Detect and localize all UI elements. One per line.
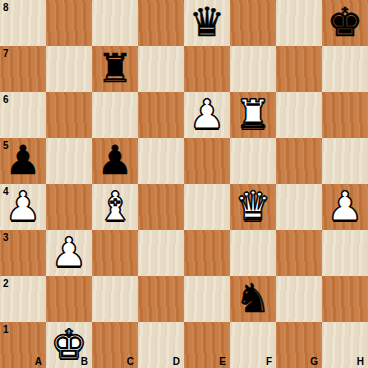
square-a2[interactable]: 2: [0, 276, 46, 322]
square-h1[interactable]: H: [322, 322, 368, 368]
square-c5[interactable]: ♟: [92, 138, 138, 184]
square-c3[interactable]: [92, 230, 138, 276]
black-queen-piece[interactable]: ♛: [189, 2, 225, 42]
square-c1[interactable]: C: [92, 322, 138, 368]
square-e7[interactable]: [184, 46, 230, 92]
square-g3[interactable]: [276, 230, 322, 276]
square-b2[interactable]: [46, 276, 92, 322]
file-label-c: C: [127, 356, 134, 367]
rank-label-7: 7: [3, 48, 9, 59]
square-b8[interactable]: [46, 0, 92, 46]
square-a1[interactable]: 1A: [0, 322, 46, 368]
square-d4[interactable]: [138, 184, 184, 230]
square-f5[interactable]: [230, 138, 276, 184]
square-a7[interactable]: 7: [0, 46, 46, 92]
file-label-h: H: [357, 356, 364, 367]
square-a3[interactable]: 3: [0, 230, 46, 276]
square-c4[interactable]: ♝: [92, 184, 138, 230]
square-h8[interactable]: ♚: [322, 0, 368, 46]
square-c7[interactable]: ♜: [92, 46, 138, 92]
square-e8[interactable]: ♛: [184, 0, 230, 46]
square-f4[interactable]: ♛: [230, 184, 276, 230]
rank-label-6: 6: [3, 94, 9, 105]
square-g1[interactable]: G: [276, 322, 322, 368]
white-pawn-piece[interactable]: ♟: [327, 186, 363, 226]
square-f1[interactable]: F: [230, 322, 276, 368]
square-a8[interactable]: 8: [0, 0, 46, 46]
square-c6[interactable]: [92, 92, 138, 138]
square-b1[interactable]: B♚: [46, 322, 92, 368]
square-d1[interactable]: D: [138, 322, 184, 368]
rank-label-3: 3: [3, 232, 9, 243]
square-h4[interactable]: ♟: [322, 184, 368, 230]
square-g4[interactable]: [276, 184, 322, 230]
square-e4[interactable]: [184, 184, 230, 230]
white-bishop-piece[interactable]: ♝: [97, 186, 133, 226]
rank-label-2: 2: [3, 278, 9, 289]
square-g2[interactable]: [276, 276, 322, 322]
square-b7[interactable]: [46, 46, 92, 92]
square-a4[interactable]: 4♟: [0, 184, 46, 230]
rank-label-1: 1: [3, 324, 9, 335]
square-d7[interactable]: [138, 46, 184, 92]
square-f2[interactable]: ♞: [230, 276, 276, 322]
square-d6[interactable]: [138, 92, 184, 138]
square-a5[interactable]: 5♟: [0, 138, 46, 184]
chess-board: 8♛♚7♜6♟♜5♟♟4♟♝♛♟3♟2♞1AB♚CDEFGH: [0, 0, 368, 368]
rank-label-8: 8: [3, 2, 9, 13]
square-e2[interactable]: [184, 276, 230, 322]
square-h7[interactable]: [322, 46, 368, 92]
black-rook-piece[interactable]: ♜: [97, 48, 133, 88]
square-h2[interactable]: [322, 276, 368, 322]
square-g7[interactable]: [276, 46, 322, 92]
square-f8[interactable]: [230, 0, 276, 46]
file-label-a: A: [35, 356, 42, 367]
square-b3[interactable]: ♟: [46, 230, 92, 276]
file-label-f: F: [266, 356, 272, 367]
square-d5[interactable]: [138, 138, 184, 184]
square-e6[interactable]: ♟: [184, 92, 230, 138]
square-c8[interactable]: [92, 0, 138, 46]
square-g8[interactable]: [276, 0, 322, 46]
square-g6[interactable]: [276, 92, 322, 138]
white-rook-piece[interactable]: ♜: [235, 94, 271, 134]
square-d2[interactable]: [138, 276, 184, 322]
white-pawn-piece[interactable]: ♟: [189, 94, 225, 134]
square-e1[interactable]: E: [184, 322, 230, 368]
black-pawn-piece[interactable]: ♟: [97, 140, 133, 180]
white-queen-piece[interactable]: ♛: [235, 186, 271, 226]
white-king-piece[interactable]: ♚: [51, 324, 87, 364]
square-b4[interactable]: [46, 184, 92, 230]
black-king-piece[interactable]: ♚: [327, 2, 363, 42]
file-label-e: E: [219, 356, 226, 367]
square-b6[interactable]: [46, 92, 92, 138]
square-b5[interactable]: [46, 138, 92, 184]
square-c2[interactable]: [92, 276, 138, 322]
square-d3[interactable]: [138, 230, 184, 276]
square-g5[interactable]: [276, 138, 322, 184]
square-e5[interactable]: [184, 138, 230, 184]
white-pawn-piece[interactable]: ♟: [5, 186, 41, 226]
square-h3[interactable]: [322, 230, 368, 276]
black-knight-piece[interactable]: ♞: [235, 278, 271, 318]
square-d8[interactable]: [138, 0, 184, 46]
square-a6[interactable]: 6: [0, 92, 46, 138]
square-h5[interactable]: [322, 138, 368, 184]
file-label-d: D: [173, 356, 180, 367]
square-e3[interactable]: [184, 230, 230, 276]
square-f3[interactable]: [230, 230, 276, 276]
square-f7[interactable]: [230, 46, 276, 92]
black-pawn-piece[interactable]: ♟: [5, 140, 41, 180]
white-pawn-piece[interactable]: ♟: [51, 232, 87, 272]
file-label-g: G: [310, 356, 318, 367]
square-f6[interactable]: ♜: [230, 92, 276, 138]
square-h6[interactable]: [322, 92, 368, 138]
